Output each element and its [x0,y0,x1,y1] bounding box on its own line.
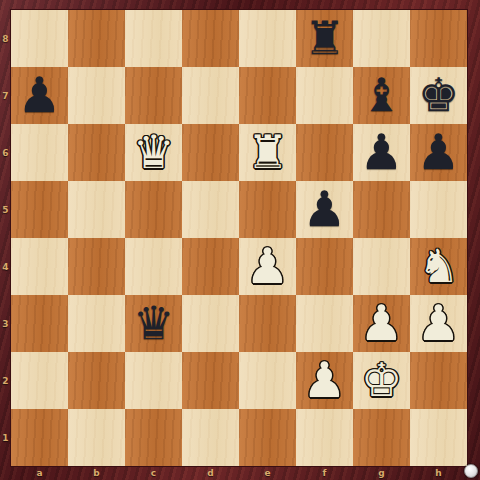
square-g3[interactable]: ♟ [353,295,410,352]
square-b6[interactable] [68,124,125,181]
square-b7[interactable] [68,67,125,124]
piece-black-bishop-g7[interactable]: ♝ [361,67,402,124]
rank-label-3: 3 [0,295,11,352]
piece-white-rook-e6[interactable]: ♜ [247,124,288,181]
square-c3[interactable]: ♛ [125,295,182,352]
square-c7[interactable] [125,67,182,124]
square-e6[interactable]: ♜ [239,124,296,181]
square-f4[interactable] [296,238,353,295]
square-d6[interactable] [182,124,239,181]
square-c8[interactable] [125,10,182,67]
square-f2[interactable]: ♟ [296,352,353,409]
square-c1[interactable] [125,409,182,466]
square-a5[interactable] [11,181,68,238]
square-d5[interactable] [182,181,239,238]
file-label-d: d [182,466,239,480]
square-f5[interactable]: ♟ [296,181,353,238]
square-h1[interactable] [410,409,467,466]
square-b1[interactable] [68,409,125,466]
chess-app-window: ♜♟♝♚♛♜♟♟♟♟♞♛♟♟♟♚ 87654321abcdefgh [0,0,480,480]
file-label-a: a [11,466,68,480]
square-e3[interactable] [239,295,296,352]
rank-label-1: 1 [0,409,11,466]
side-to-move-indicator [464,464,478,478]
square-h8[interactable] [410,10,467,67]
square-d2[interactable] [182,352,239,409]
square-b4[interactable] [68,238,125,295]
square-c2[interactable] [125,352,182,409]
square-a1[interactable] [11,409,68,466]
square-d1[interactable] [182,409,239,466]
square-b3[interactable] [68,295,125,352]
square-h5[interactable] [410,181,467,238]
square-h4[interactable]: ♞ [410,238,467,295]
square-h6[interactable]: ♟ [410,124,467,181]
square-h7[interactable]: ♚ [410,67,467,124]
square-g7[interactable]: ♝ [353,67,410,124]
square-c5[interactable] [125,181,182,238]
piece-white-pawn-g3[interactable]: ♟ [360,295,404,352]
square-a6[interactable] [11,124,68,181]
piece-white-pawn-f2[interactable]: ♟ [303,352,347,409]
square-h2[interactable] [410,352,467,409]
square-a2[interactable] [11,352,68,409]
square-b8[interactable] [68,10,125,67]
square-d8[interactable] [182,10,239,67]
square-a4[interactable] [11,238,68,295]
square-d4[interactable] [182,238,239,295]
file-label-e: e [239,466,296,480]
piece-black-rook-f8[interactable]: ♜ [304,10,345,67]
rank-label-5: 5 [0,181,11,238]
piece-black-queen-c3[interactable]: ♛ [133,295,174,352]
rank-label-7: 7 [0,67,11,124]
square-e1[interactable] [239,409,296,466]
piece-black-king-h7[interactable]: ♚ [418,67,459,124]
square-c4[interactable] [125,238,182,295]
piece-black-pawn-f5[interactable]: ♟ [303,181,347,238]
rank-label-6: 6 [0,124,11,181]
square-a7[interactable]: ♟ [11,67,68,124]
square-f7[interactable] [296,67,353,124]
square-f8[interactable]: ♜ [296,10,353,67]
piece-white-pawn-h3[interactable]: ♟ [417,295,461,352]
square-e8[interactable] [239,10,296,67]
square-h3[interactable]: ♟ [410,295,467,352]
square-a8[interactable] [11,10,68,67]
square-f1[interactable] [296,409,353,466]
piece-white-knight-h4[interactable]: ♞ [418,238,459,295]
file-label-g: g [353,466,410,480]
rank-label-4: 4 [0,238,11,295]
rank-label-8: 8 [0,10,11,67]
square-a3[interactable] [11,295,68,352]
file-label-b: b [68,466,125,480]
piece-black-pawn-h6[interactable]: ♟ [417,124,461,181]
square-c6[interactable]: ♛ [125,124,182,181]
square-b2[interactable] [68,352,125,409]
file-label-h: h [410,466,467,480]
square-g4[interactable] [353,238,410,295]
square-g6[interactable]: ♟ [353,124,410,181]
rank-label-2: 2 [0,352,11,409]
square-e7[interactable] [239,67,296,124]
file-label-f: f [296,466,353,480]
square-g1[interactable] [353,409,410,466]
piece-white-queen-c6[interactable]: ♛ [133,124,174,181]
file-label-c: c [125,466,182,480]
square-d7[interactable] [182,67,239,124]
square-e5[interactable] [239,181,296,238]
square-e4[interactable]: ♟ [239,238,296,295]
square-e2[interactable] [239,352,296,409]
piece-black-pawn-a7[interactable]: ♟ [18,67,62,124]
square-f6[interactable] [296,124,353,181]
square-f3[interactable] [296,295,353,352]
chess-board: ♜♟♝♚♛♜♟♟♟♟♞♛♟♟♟♚ [11,10,467,466]
square-g8[interactable] [353,10,410,67]
square-b5[interactable] [68,181,125,238]
square-g2[interactable]: ♚ [353,352,410,409]
piece-white-king-g2[interactable]: ♚ [361,352,402,409]
piece-black-pawn-g6[interactable]: ♟ [360,124,404,181]
square-d3[interactable] [182,295,239,352]
square-g5[interactable] [353,181,410,238]
piece-white-pawn-e4[interactable]: ♟ [246,238,290,295]
